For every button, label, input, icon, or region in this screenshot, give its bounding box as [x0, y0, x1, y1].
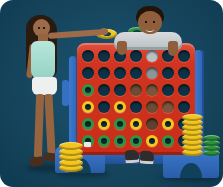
empty-hole	[98, 50, 110, 62]
boy-smile	[146, 26, 154, 32]
green-stacked-disc	[203, 135, 220, 141]
boy-left-forearm	[117, 41, 127, 55]
empty-hole	[146, 84, 158, 96]
green-disc	[98, 135, 110, 147]
board-cell-r3c2	[96, 81, 112, 98]
board-cell-r5c6	[160, 115, 176, 132]
board-cell-r1c1	[80, 47, 96, 64]
board-cell-r6c6	[160, 132, 176, 149]
board-cell-r2c6	[160, 64, 176, 81]
board-cell-r4c6	[160, 98, 176, 115]
boy-right-shoe	[140, 151, 155, 165]
board-cell-r3c4	[128, 81, 144, 98]
empty-hole	[146, 101, 158, 113]
green-disc	[130, 135, 142, 147]
empty-hole	[98, 84, 110, 96]
yellow-disc	[162, 118, 174, 130]
empty-hole	[162, 67, 174, 79]
empty-hole	[130, 84, 142, 96]
board-cell-r5c1	[80, 115, 96, 132]
empty-hole	[82, 50, 94, 62]
green-disc	[114, 118, 126, 130]
board-cell-r2c5	[144, 64, 160, 81]
boy-left-shoe	[125, 150, 140, 164]
board-cell-r3c1	[80, 81, 96, 98]
empty-hole	[162, 84, 174, 96]
left-rail-peg	[62, 80, 69, 106]
board-cell-r5c5	[144, 115, 160, 132]
girl-left-leg	[34, 94, 44, 158]
connect-four-board	[77, 43, 195, 155]
green-disc	[114, 135, 126, 147]
empty-hole	[82, 67, 94, 79]
board-cell-r4c1	[80, 98, 96, 115]
yellow-disc	[98, 118, 110, 130]
yellow-disc	[114, 101, 126, 113]
board-cell-r6c5	[144, 132, 160, 149]
girl-right-leg	[44, 94, 55, 154]
empty-hole	[130, 67, 142, 79]
board-cell-r1c7	[176, 47, 192, 64]
board-cell-r5c3	[112, 115, 128, 132]
board-cell-r3c5	[144, 81, 160, 98]
board-cell-r4c3	[112, 98, 128, 115]
empty-hole	[130, 50, 142, 62]
board-cell-r3c6	[160, 81, 176, 98]
board-cell-r4c4	[128, 98, 144, 115]
board-cell-r1c2	[96, 47, 112, 64]
yellow-disc	[130, 118, 142, 130]
green-disc	[82, 84, 94, 96]
board-cell-r5c2	[96, 115, 112, 132]
board-cell-r5c4	[128, 115, 144, 132]
girl-tank-top	[31, 41, 55, 79]
empty-hole	[146, 67, 158, 79]
right-yellow-disc-stack	[182, 108, 203, 156]
left-yellow-disc-stack	[59, 138, 83, 172]
empty-hole	[98, 101, 110, 113]
empty-hole	[98, 67, 110, 79]
board-cell-r2c1	[80, 64, 96, 81]
board-grid	[80, 47, 192, 149]
board-cell-r6c2	[96, 132, 112, 149]
empty-hole	[178, 84, 190, 96]
empty-hole	[114, 67, 126, 79]
girl-hand	[100, 28, 108, 35]
yellow-disc	[146, 135, 158, 147]
board-cell-r2c3	[112, 64, 128, 81]
right-green-disc-stack	[203, 128, 220, 156]
board-cell-r2c7	[176, 64, 192, 81]
board-cell-r6c3	[112, 132, 128, 149]
green-disc	[162, 135, 174, 147]
girl-shorts	[32, 77, 57, 95]
empty-hole	[178, 50, 190, 62]
brand-sticker	[84, 142, 91, 147]
yellow-stacked-disc	[59, 142, 83, 150]
yellow-stacked-disc	[182, 114, 203, 121]
empty-hole	[146, 118, 158, 130]
board-cell-r6c4	[128, 132, 144, 149]
green-disc	[82, 118, 94, 130]
boy-head	[138, 11, 162, 34]
right-foot-arch	[180, 163, 202, 178]
empty-hole	[146, 50, 158, 62]
board-cell-r4c2	[96, 98, 112, 115]
board-cell-r3c3	[112, 81, 128, 98]
board-cell-r2c4	[128, 64, 144, 81]
empty-hole	[130, 101, 142, 113]
board-cell-r3c7	[176, 81, 192, 98]
empty-hole	[162, 101, 174, 113]
product-photo	[0, 0, 223, 187]
board-cell-r2c2	[96, 64, 112, 81]
boy-right-forearm	[168, 41, 178, 56]
yellow-disc	[82, 101, 94, 113]
empty-hole	[114, 84, 126, 96]
board-cell-r4c5	[144, 98, 160, 115]
empty-hole	[178, 67, 190, 79]
